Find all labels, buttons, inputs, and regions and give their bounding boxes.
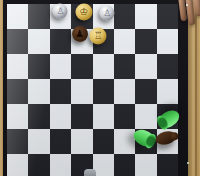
- gold-rook-e7[interactable]: ♖: [90, 27, 107, 44]
- square-b2[interactable]: [28, 154, 49, 176]
- square-f4[interactable]: [114, 104, 135, 129]
- square-d5[interactable]: [71, 79, 92, 104]
- fiducial-dot: [186, 4, 188, 6]
- piece-glyph: ♙: [103, 8, 111, 17]
- finger: [193, 0, 200, 16]
- square-e4[interactable]: [93, 104, 114, 129]
- square-c2[interactable]: [50, 154, 71, 176]
- square-c7[interactable]: [50, 29, 71, 54]
- board-mount-clamp: [84, 169, 96, 176]
- gold-king-d8[interactable]: ♔: [75, 3, 92, 20]
- square-h5[interactable]: [157, 79, 178, 104]
- piece-glyph: ♟: [75, 29, 84, 39]
- square-d6[interactable]: [71, 54, 92, 79]
- square-e6[interactable]: [93, 54, 114, 79]
- square-d3[interactable]: [71, 129, 92, 154]
- square-h8[interactable]: [157, 4, 178, 29]
- square-c3[interactable]: [50, 129, 71, 154]
- square-e5[interactable]: [93, 79, 114, 104]
- square-f6[interactable]: [114, 54, 135, 79]
- square-a8[interactable]: [7, 4, 28, 29]
- square-c6[interactable]: [50, 54, 71, 79]
- square-f3[interactable]: [114, 129, 135, 154]
- square-h6[interactable]: [157, 54, 178, 79]
- square-f7[interactable]: [114, 29, 135, 54]
- piece-glyph: ♔: [79, 7, 88, 17]
- square-h2[interactable]: [157, 154, 178, 176]
- square-g2[interactable]: [135, 154, 156, 176]
- dark-wood-pawn-d7[interactable]: ♟: [72, 26, 88, 42]
- square-c4[interactable]: [50, 104, 71, 129]
- square-b4[interactable]: [28, 104, 49, 129]
- fiducial-dot: [187, 162, 189, 164]
- square-a4[interactable]: [7, 104, 28, 129]
- piece-glyph: ♖: [94, 31, 103, 41]
- square-f8[interactable]: [114, 4, 135, 29]
- square-g8[interactable]: [135, 4, 156, 29]
- square-a3[interactable]: [7, 129, 28, 154]
- square-g4[interactable]: [135, 104, 156, 129]
- square-g6[interactable]: [135, 54, 156, 79]
- square-c5[interactable]: [50, 79, 71, 104]
- square-f2[interactable]: [114, 154, 135, 176]
- square-a7[interactable]: [7, 29, 28, 54]
- camera-view: ♙♔♙♟♖: [0, 0, 200, 176]
- silver-pawn-c8[interactable]: ♙: [53, 3, 68, 18]
- square-h7[interactable]: [157, 29, 178, 54]
- square-e3[interactable]: [93, 129, 114, 154]
- square-g7[interactable]: [135, 29, 156, 54]
- square-a2[interactable]: [7, 154, 28, 176]
- silver-pawn-e8[interactable]: ♙: [100, 5, 115, 20]
- square-a6[interactable]: [7, 54, 28, 79]
- square-b8[interactable]: [28, 4, 49, 29]
- square-f5[interactable]: [114, 79, 135, 104]
- square-g5[interactable]: [135, 79, 156, 104]
- square-b5[interactable]: [28, 79, 49, 104]
- square-b7[interactable]: [28, 29, 49, 54]
- square-b6[interactable]: [28, 54, 49, 79]
- square-a5[interactable]: [7, 79, 28, 104]
- human-hand: [178, 0, 200, 28]
- piece-glyph: ♙: [56, 6, 64, 15]
- square-b3[interactable]: [28, 129, 49, 154]
- square-d4[interactable]: [71, 104, 92, 129]
